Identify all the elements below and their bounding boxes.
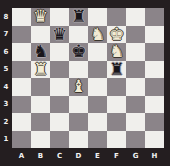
square-g1[interactable]	[126, 131, 145, 149]
square-g8[interactable]	[126, 8, 145, 26]
square-d5[interactable]	[69, 61, 88, 79]
square-d1[interactable]	[69, 131, 88, 149]
square-e6[interactable]	[88, 43, 107, 61]
square-c4[interactable]	[50, 78, 69, 96]
square-f1[interactable]	[107, 131, 126, 149]
square-h5[interactable]	[145, 61, 164, 79]
rank-label-1: 1	[0, 131, 12, 149]
square-c3[interactable]	[50, 96, 69, 114]
square-g4[interactable]	[126, 78, 145, 96]
square-b3[interactable]	[31, 96, 50, 114]
square-g5[interactable]	[126, 61, 145, 79]
square-e2[interactable]	[88, 113, 107, 131]
square-e1[interactable]	[88, 131, 107, 149]
white-king-piece[interactable]: ♚	[109, 26, 124, 43]
square-f4[interactable]	[107, 78, 126, 96]
square-f3[interactable]	[107, 96, 126, 114]
square-c8[interactable]	[50, 8, 69, 26]
square-h6[interactable]	[145, 43, 164, 61]
rank-label-7: 7	[0, 26, 12, 44]
rank-label-8: 8	[0, 8, 12, 26]
white-bishop-piece[interactable]: ♝	[71, 78, 86, 95]
square-h8[interactable]	[145, 8, 164, 26]
square-a3[interactable]	[12, 96, 31, 114]
square-e3[interactable]	[88, 96, 107, 114]
black-queen-piece[interactable]: ♛	[52, 26, 67, 43]
square-g3[interactable]	[126, 96, 145, 114]
square-e5[interactable]	[88, 61, 107, 79]
chess-board: 8♛♜7♛♞♚6♞♚♞5♜♜4♝321ABCDEFGH	[0, 0, 164, 164]
square-g6[interactable]	[126, 43, 145, 61]
square-b8[interactable]: ♛	[31, 8, 50, 26]
square-a8[interactable]	[12, 8, 31, 26]
square-h1[interactable]	[145, 131, 164, 149]
square-f2[interactable]	[107, 113, 126, 131]
square-a4[interactable]	[12, 78, 31, 96]
square-d4[interactable]: ♝	[69, 78, 88, 96]
square-g7[interactable]	[126, 26, 145, 44]
square-c6[interactable]	[50, 43, 69, 61]
file-label-e: E	[88, 148, 107, 164]
square-b6[interactable]: ♞	[31, 43, 50, 61]
square-d8[interactable]: ♜	[69, 8, 88, 26]
square-d2[interactable]	[69, 113, 88, 131]
square-b5[interactable]: ♜	[31, 61, 50, 79]
square-h2[interactable]	[145, 113, 164, 131]
white-rook-piece[interactable]: ♜	[33, 61, 48, 78]
black-king-piece[interactable]: ♚	[71, 43, 86, 60]
square-c5[interactable]	[50, 61, 69, 79]
rank-label-6: 6	[0, 43, 12, 61]
file-label-f: F	[107, 148, 126, 164]
square-f8[interactable]	[107, 8, 126, 26]
chess-diagram: 8♛♜7♛♞♚6♞♚♞5♜♜4♝321ABCDEFGH	[0, 0, 170, 166]
square-f5[interactable]: ♜	[107, 61, 126, 79]
square-g2[interactable]	[126, 113, 145, 131]
file-label-d: D	[69, 148, 88, 164]
square-e4[interactable]	[88, 78, 107, 96]
square-a2[interactable]	[12, 113, 31, 131]
file-label-b: B	[31, 148, 50, 164]
file-label-h: H	[145, 148, 164, 164]
board-corner-spacer	[0, 148, 12, 164]
square-h7[interactable]	[145, 26, 164, 44]
black-knight-piece[interactable]: ♞	[33, 43, 48, 60]
square-c7[interactable]: ♛	[50, 26, 69, 44]
rank-label-4: 4	[0, 78, 12, 96]
square-e7[interactable]: ♞	[88, 26, 107, 44]
board-top-margin	[0, 0, 164, 8]
rank-label-3: 3	[0, 96, 12, 114]
black-rook-piece[interactable]: ♜	[109, 61, 124, 78]
square-e8[interactable]	[88, 8, 107, 26]
square-d3[interactable]	[69, 96, 88, 114]
black-rook-piece[interactable]: ♜	[71, 8, 86, 25]
square-a5[interactable]	[12, 61, 31, 79]
square-c1[interactable]	[50, 131, 69, 149]
square-b7[interactable]	[31, 26, 50, 44]
rank-label-5: 5	[0, 61, 12, 79]
square-f7[interactable]: ♚	[107, 26, 126, 44]
white-knight-piece[interactable]: ♞	[90, 26, 105, 43]
file-label-a: A	[12, 148, 31, 164]
square-a6[interactable]	[12, 43, 31, 61]
file-label-c: C	[50, 148, 69, 164]
square-a7[interactable]	[12, 26, 31, 44]
square-d7[interactable]	[69, 26, 88, 44]
square-f6[interactable]: ♞	[107, 43, 126, 61]
square-b1[interactable]	[31, 131, 50, 149]
white-queen-piece[interactable]: ♛	[33, 8, 48, 25]
square-h4[interactable]	[145, 78, 164, 96]
square-a1[interactable]	[12, 131, 31, 149]
file-label-g: G	[126, 148, 145, 164]
rank-label-2: 2	[0, 113, 12, 131]
square-h3[interactable]	[145, 96, 164, 114]
white-knight-piece[interactable]: ♞	[109, 43, 124, 60]
square-b2[interactable]	[31, 113, 50, 131]
square-c2[interactable]	[50, 113, 69, 131]
square-b4[interactable]	[31, 78, 50, 96]
square-d6[interactable]: ♚	[69, 43, 88, 61]
